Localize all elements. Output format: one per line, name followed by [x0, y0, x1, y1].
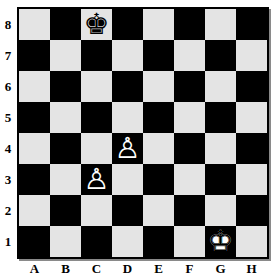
square-d3[interactable]: [112, 164, 143, 195]
square-e4[interactable]: [143, 133, 174, 164]
chess-board-screenshot: ♚♙♙♚♔ 87654321 ABCDEFGH: [0, 0, 280, 280]
white-pawn-glyph: ♙: [81, 164, 112, 195]
file-label-D: D: [112, 261, 143, 277]
square-e8[interactable]: [143, 9, 174, 40]
square-e3[interactable]: [143, 164, 174, 195]
square-f8[interactable]: [174, 9, 205, 40]
chess-board: ♚♙♙♚♔: [17, 7, 269, 259]
square-e2[interactable]: [143, 195, 174, 226]
square-h6[interactable]: [236, 71, 267, 102]
square-h4[interactable]: [236, 133, 267, 164]
square-d7[interactable]: [112, 40, 143, 71]
square-d5[interactable]: [112, 102, 143, 133]
square-b7[interactable]: [50, 40, 81, 71]
square-a8[interactable]: [19, 9, 50, 40]
square-c1[interactable]: [81, 226, 112, 257]
square-a3[interactable]: [19, 164, 50, 195]
square-b3[interactable]: [50, 164, 81, 195]
white-pawn[interactable]: ♙: [112, 133, 143, 164]
square-c8[interactable]: ♚: [81, 9, 112, 40]
square-h7[interactable]: [236, 40, 267, 71]
square-a2[interactable]: [19, 195, 50, 226]
file-label-F: F: [174, 261, 205, 277]
square-c2[interactable]: [81, 195, 112, 226]
square-f3[interactable]: [174, 164, 205, 195]
square-g6[interactable]: [205, 71, 236, 102]
square-d4[interactable]: ♙: [112, 133, 143, 164]
white-king-glyph: ♔: [205, 226, 236, 257]
square-f5[interactable]: [174, 102, 205, 133]
file-label-E: E: [143, 261, 174, 277]
file-label-C: C: [81, 261, 112, 277]
file-label-H: H: [236, 261, 267, 277]
square-f4[interactable]: [174, 133, 205, 164]
square-b1[interactable]: [50, 226, 81, 257]
square-g2[interactable]: [205, 195, 236, 226]
square-c5[interactable]: [81, 102, 112, 133]
square-g4[interactable]: [205, 133, 236, 164]
square-c3[interactable]: ♙: [81, 164, 112, 195]
file-label-G: G: [205, 261, 236, 277]
square-f1[interactable]: [174, 226, 205, 257]
square-f2[interactable]: [174, 195, 205, 226]
rank-label-8: 8: [0, 9, 16, 40]
square-h2[interactable]: [236, 195, 267, 226]
square-e5[interactable]: [143, 102, 174, 133]
square-b2[interactable]: [50, 195, 81, 226]
square-c6[interactable]: [81, 71, 112, 102]
white-pawn-glyph: ♙: [112, 133, 143, 164]
rank-label-7: 7: [0, 40, 16, 71]
square-d2[interactable]: [112, 195, 143, 226]
square-h1[interactable]: [236, 226, 267, 257]
square-c4[interactable]: [81, 133, 112, 164]
white-pawn[interactable]: ♙: [81, 164, 112, 195]
square-b4[interactable]: [50, 133, 81, 164]
square-c7[interactable]: [81, 40, 112, 71]
white-king[interactable]: ♚♔: [205, 226, 236, 257]
square-g1[interactable]: ♚♔: [205, 226, 236, 257]
file-label-A: A: [19, 261, 50, 277]
square-g3[interactable]: [205, 164, 236, 195]
square-h8[interactable]: [236, 9, 267, 40]
square-a5[interactable]: [19, 102, 50, 133]
rank-label-3: 3: [0, 164, 16, 195]
rank-label-2: 2: [0, 195, 16, 226]
square-f7[interactable]: [174, 40, 205, 71]
black-king[interactable]: ♚: [81, 9, 112, 40]
square-g7[interactable]: [205, 40, 236, 71]
square-h5[interactable]: [236, 102, 267, 133]
square-g5[interactable]: [205, 102, 236, 133]
square-h3[interactable]: [236, 164, 267, 195]
black-king-glyph: ♚: [81, 9, 112, 40]
square-g8[interactable]: [205, 9, 236, 40]
square-d1[interactable]: [112, 226, 143, 257]
rank-label-4: 4: [0, 133, 16, 164]
square-a1[interactable]: [19, 226, 50, 257]
square-b6[interactable]: [50, 71, 81, 102]
square-a4[interactable]: [19, 133, 50, 164]
square-e1[interactable]: [143, 226, 174, 257]
square-d6[interactable]: [112, 71, 143, 102]
rank-label-5: 5: [0, 102, 16, 133]
square-b8[interactable]: [50, 9, 81, 40]
rank-label-1: 1: [0, 226, 16, 257]
square-e7[interactable]: [143, 40, 174, 71]
square-b5[interactable]: [50, 102, 81, 133]
square-e6[interactable]: [143, 71, 174, 102]
rank-label-6: 6: [0, 71, 16, 102]
square-a6[interactable]: [19, 71, 50, 102]
square-d8[interactable]: [112, 9, 143, 40]
square-a7[interactable]: [19, 40, 50, 71]
file-label-B: B: [50, 261, 81, 277]
square-f6[interactable]: [174, 71, 205, 102]
